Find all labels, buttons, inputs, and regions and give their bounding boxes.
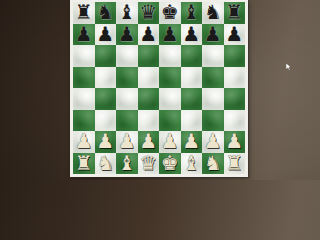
square-h6[interactable] (224, 45, 246, 67)
square-f6[interactable] (181, 45, 203, 67)
square-d6[interactable] (138, 45, 160, 67)
piece-white-pawn[interactable]: ♟ (182, 131, 200, 153)
piece-black-rook[interactable]: ♜ (75, 2, 93, 24)
piece-black-knight[interactable]: ♞ (204, 2, 222, 24)
piece-black-king[interactable]: ♚ (161, 2, 179, 24)
square-e8[interactable]: ♚ (159, 2, 181, 24)
square-e3[interactable] (159, 110, 181, 132)
square-d7[interactable]: ♟ (138, 24, 160, 46)
square-d2[interactable]: ♟ (138, 131, 160, 153)
square-a4[interactable] (73, 88, 95, 110)
piece-white-bishop[interactable]: ♝ (118, 153, 136, 175)
piece-white-queen[interactable]: ♛ (139, 153, 157, 175)
square-c8[interactable]: ♝ (116, 2, 138, 24)
square-a7[interactable]: ♟ (73, 24, 95, 46)
piece-black-pawn[interactable]: ♟ (204, 24, 222, 46)
piece-white-pawn[interactable]: ♟ (204, 131, 222, 153)
square-b7[interactable]: ♟ (95, 24, 117, 46)
square-a6[interactable] (73, 45, 95, 67)
square-e6[interactable] (159, 45, 181, 67)
square-f1[interactable]: ♝ (181, 153, 203, 175)
piece-black-pawn[interactable]: ♟ (161, 24, 179, 46)
square-h8[interactable]: ♜ (224, 2, 246, 24)
square-b4[interactable] (95, 88, 117, 110)
piece-white-king[interactable]: ♚ (161, 153, 179, 175)
mouse-cursor-icon (286, 63, 291, 71)
piece-white-pawn[interactable]: ♟ (161, 131, 179, 153)
square-f3[interactable] (181, 110, 203, 132)
piece-black-pawn[interactable]: ♟ (225, 24, 243, 46)
square-c1[interactable]: ♝ (116, 153, 138, 175)
piece-white-knight[interactable]: ♞ (96, 153, 114, 175)
piece-white-knight[interactable]: ♞ (204, 153, 222, 175)
square-g4[interactable] (202, 88, 224, 110)
square-b6[interactable] (95, 45, 117, 67)
square-d4[interactable] (138, 88, 160, 110)
piece-white-pawn[interactable]: ♟ (225, 131, 243, 153)
piece-black-knight[interactable]: ♞ (96, 2, 114, 24)
square-h7[interactable]: ♟ (224, 24, 246, 46)
square-d1[interactable]: ♛ (138, 153, 160, 175)
square-d5[interactable] (138, 67, 160, 89)
square-a1[interactable]: ♜ (73, 153, 95, 175)
square-h1[interactable]: ♜ (224, 153, 246, 175)
square-c4[interactable] (116, 88, 138, 110)
square-f2[interactable]: ♟ (181, 131, 203, 153)
square-e1[interactable]: ♚ (159, 153, 181, 175)
square-b3[interactable] (95, 110, 117, 132)
square-h3[interactable] (224, 110, 246, 132)
square-d8[interactable]: ♛ (138, 2, 160, 24)
square-g2[interactable]: ♟ (202, 131, 224, 153)
square-e5[interactable] (159, 67, 181, 89)
square-a2[interactable]: ♟ (73, 131, 95, 153)
square-g1[interactable]: ♞ (202, 153, 224, 175)
piece-black-queen[interactable]: ♛ (139, 2, 157, 24)
square-f5[interactable] (181, 67, 203, 89)
square-f7[interactable]: ♟ (181, 24, 203, 46)
square-c7[interactable]: ♟ (116, 24, 138, 46)
square-f4[interactable] (181, 88, 203, 110)
square-b8[interactable]: ♞ (95, 2, 117, 24)
piece-black-pawn[interactable]: ♟ (182, 24, 200, 46)
square-g8[interactable]: ♞ (202, 2, 224, 24)
square-h4[interactable] (224, 88, 246, 110)
chess-board: ♜♞♝♛♚♝♞♜♟♟♟♟♟♟♟♟♟♟♟♟♟♟♟♟♜♞♝♛♚♝♞♜ (73, 2, 245, 174)
square-h5[interactable] (224, 67, 246, 89)
piece-white-bishop[interactable]: ♝ (182, 153, 200, 175)
square-b1[interactable]: ♞ (95, 153, 117, 175)
square-c2[interactable]: ♟ (116, 131, 138, 153)
piece-black-pawn[interactable]: ♟ (96, 24, 114, 46)
square-c5[interactable] (116, 67, 138, 89)
piece-white-pawn[interactable]: ♟ (139, 131, 157, 153)
chess-board-frame: ♜♞♝♛♚♝♞♜♟♟♟♟♟♟♟♟♟♟♟♟♟♟♟♟♜♞♝♛♚♝♞♜ (70, 0, 248, 177)
square-e4[interactable] (159, 88, 181, 110)
square-g6[interactable] (202, 45, 224, 67)
square-e2[interactable]: ♟ (159, 131, 181, 153)
piece-black-bishop[interactable]: ♝ (182, 2, 200, 24)
square-h2[interactable]: ♟ (224, 131, 246, 153)
square-g5[interactable] (202, 67, 224, 89)
piece-black-pawn[interactable]: ♟ (139, 24, 157, 46)
square-c3[interactable] (116, 110, 138, 132)
piece-white-pawn[interactable]: ♟ (75, 131, 93, 153)
piece-white-rook[interactable]: ♜ (225, 153, 243, 175)
piece-black-rook[interactable]: ♜ (225, 2, 243, 24)
piece-black-pawn[interactable]: ♟ (75, 24, 93, 46)
square-e7[interactable]: ♟ (159, 24, 181, 46)
square-g3[interactable] (202, 110, 224, 132)
desktop: { "game": "chess", "app": { "description… (0, 0, 320, 180)
square-a3[interactable] (73, 110, 95, 132)
piece-black-bishop[interactable]: ♝ (118, 2, 136, 24)
square-f8[interactable]: ♝ (181, 2, 203, 24)
piece-white-rook[interactable]: ♜ (75, 153, 93, 175)
square-a8[interactable]: ♜ (73, 2, 95, 24)
piece-white-pawn[interactable]: ♟ (96, 131, 114, 153)
square-b5[interactable] (95, 67, 117, 89)
square-a5[interactable] (73, 67, 95, 89)
square-d3[interactable] (138, 110, 160, 132)
square-b2[interactable]: ♟ (95, 131, 117, 153)
square-g7[interactable]: ♟ (202, 24, 224, 46)
piece-white-pawn[interactable]: ♟ (118, 131, 136, 153)
piece-black-pawn[interactable]: ♟ (118, 24, 136, 46)
square-c6[interactable] (116, 45, 138, 67)
